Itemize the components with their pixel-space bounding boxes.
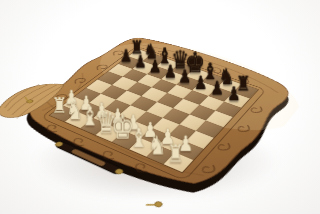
photo-scene: ♜♞♝♛♚♝♞♜♟♟♟♟♟♟♟♟♟♟♟♟♟♟♟♟♜♞♝♛♚♝♞♜ — [0, 0, 320, 214]
rook-glyph: ♜ — [166, 142, 183, 166]
brass-clasp-front — [146, 198, 163, 210]
piece-black-pawn[interactable]: ♟ — [211, 84, 257, 103]
piece-white-rook[interactable]: ♜ — [148, 142, 201, 166]
square-e5[interactable] — [157, 93, 183, 108]
pawn-glyph: ♟ — [227, 84, 241, 103]
chess-board: ♜♞♝♛♚♝♞♜♟♟♟♟♟♟♟♟♟♟♟♟♟♟♟♟♜♞♝♛♚♝♞♜ — [50, 49, 258, 172]
